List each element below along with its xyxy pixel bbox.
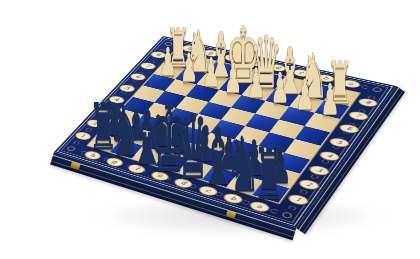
- piece-natural-pawn[interactable]: ♟: [202, 55, 220, 91]
- border-corner-ornament: [66, 146, 77, 152]
- chess-set-photo: hh88gg77ff66ee55dd44cc33bb22aa11 ♜♞♝♟♚♟♛…: [0, 0, 420, 259]
- border-corner-ornament: [372, 87, 383, 93]
- piece-natural-pawn[interactable]: ♟: [271, 70, 290, 107]
- coordinate-label-6-left: 6: [128, 72, 148, 81]
- coordinate-label-8-right: 8: [356, 97, 379, 108]
- piece-natural-pawn[interactable]: ♟: [295, 75, 314, 113]
- coordinate-label-7-left: 7: [138, 61, 158, 70]
- piece-natural-pawn[interactable]: ♟: [159, 45, 176, 80]
- piece-natural-pawn[interactable]: ♟: [247, 65, 265, 102]
- piece-natural-pawn[interactable]: ♟: [320, 81, 339, 119]
- coordinate-label-5-right: 5: [328, 136, 352, 148]
- piece-blue-rook[interactable]: ♜: [253, 142, 285, 207]
- piece-natural-pawn[interactable]: ♟: [180, 50, 198, 85]
- coordinate-label-3-right: 3: [307, 164, 331, 177]
- piece-natural-pawn[interactable]: ♟: [224, 60, 242, 96]
- coordinate-label-2-right: 2: [297, 178, 321, 191]
- coordinate-label-4-right: 4: [317, 150, 341, 162]
- coordinate-label-6-right: 6: [337, 123, 361, 135]
